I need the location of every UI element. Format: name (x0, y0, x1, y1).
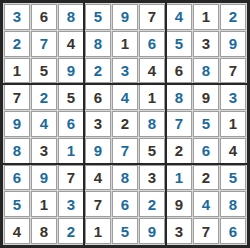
cell-r1c6[interactable]: 7 (139, 4, 165, 30)
cell-r6c2[interactable]: 3 (31, 138, 57, 164)
sudoku-board: 3685974122748165391592346877256418939463… (0, 0, 250, 248)
cell-r1c8[interactable]: 1 (193, 4, 219, 30)
cell-r8c4[interactable]: 7 (85, 191, 111, 217)
cell-r4c7[interactable]: 8 (166, 84, 192, 110)
cell-r3c3[interactable]: 9 (58, 58, 84, 84)
cell-r7c6[interactable]: 3 (139, 165, 165, 191)
cell-r3c5[interactable]: 3 (112, 58, 138, 84)
cell-r2c8[interactable]: 3 (193, 31, 219, 57)
cell-r7c7[interactable]: 1 (166, 165, 192, 191)
cell-r5c2[interactable]: 4 (31, 111, 57, 137)
cell-r1c2[interactable]: 6 (31, 4, 57, 30)
cell-r7c4[interactable]: 4 (85, 165, 111, 191)
cell-r8c9[interactable]: 8 (220, 191, 246, 217)
cell-r3c6[interactable]: 4 (139, 58, 165, 84)
cell-r1c5[interactable]: 9 (112, 4, 138, 30)
cell-r6c1[interactable]: 8 (4, 138, 30, 164)
cell-r2c2[interactable]: 7 (31, 31, 57, 57)
cell-r4c2[interactable]: 2 (31, 84, 57, 110)
cell-r9c1[interactable]: 4 (4, 218, 30, 244)
cell-r3c2[interactable]: 5 (31, 58, 57, 84)
cell-r8c5[interactable]: 6 (112, 191, 138, 217)
cell-r8c6[interactable]: 2 (139, 191, 165, 217)
cell-r8c3[interactable]: 3 (58, 191, 84, 217)
cell-r5c5[interactable]: 2 (112, 111, 138, 137)
cell-r2c9[interactable]: 9 (220, 31, 246, 57)
cell-r5c9[interactable]: 1 (220, 111, 246, 137)
cell-r3c8[interactable]: 8 (193, 58, 219, 84)
cell-r1c3[interactable]: 8 (58, 4, 84, 30)
cell-r5c4[interactable]: 3 (85, 111, 111, 137)
cell-r4c1[interactable]: 7 (4, 84, 30, 110)
cell-r3c4[interactable]: 2 (85, 58, 111, 84)
cell-r7c1[interactable]: 6 (4, 165, 30, 191)
cell-r1c9[interactable]: 2 (220, 4, 246, 30)
cell-r2c3[interactable]: 4 (58, 31, 84, 57)
cell-r6c3[interactable]: 1 (58, 138, 84, 164)
cell-r1c4[interactable]: 5 (85, 4, 111, 30)
cell-r6c5[interactable]: 7 (112, 138, 138, 164)
cell-r3c7[interactable]: 6 (166, 58, 192, 84)
cell-r2c7[interactable]: 5 (166, 31, 192, 57)
cell-r5c3[interactable]: 6 (58, 111, 84, 137)
cell-r7c9[interactable]: 5 (220, 165, 246, 191)
cell-r7c2[interactable]: 9 (31, 165, 57, 191)
cell-r9c3[interactable]: 2 (58, 218, 84, 244)
cell-r9c8[interactable]: 7 (193, 218, 219, 244)
cell-r8c1[interactable]: 5 (4, 191, 30, 217)
cell-r6c6[interactable]: 5 (139, 138, 165, 164)
cell-r4c5[interactable]: 4 (112, 84, 138, 110)
cell-r4c6[interactable]: 1 (139, 84, 165, 110)
cell-r8c7[interactable]: 9 (166, 191, 192, 217)
cell-r4c8[interactable]: 9 (193, 84, 219, 110)
cell-r6c9[interactable]: 4 (220, 138, 246, 164)
cell-r9c6[interactable]: 9 (139, 218, 165, 244)
cell-r9c4[interactable]: 1 (85, 218, 111, 244)
cell-r1c7[interactable]: 4 (166, 4, 192, 30)
cell-r2c6[interactable]: 6 (139, 31, 165, 57)
cell-r5c6[interactable]: 8 (139, 111, 165, 137)
cell-r7c8[interactable]: 2 (193, 165, 219, 191)
cell-r4c3[interactable]: 5 (58, 84, 84, 110)
cell-r6c8[interactable]: 6 (193, 138, 219, 164)
cell-r5c1[interactable]: 9 (4, 111, 30, 137)
cell-r7c3[interactable]: 7 (58, 165, 84, 191)
cell-r6c4[interactable]: 9 (85, 138, 111, 164)
cell-r2c5[interactable]: 1 (112, 31, 138, 57)
cell-r8c2[interactable]: 1 (31, 191, 57, 217)
cell-r5c8[interactable]: 5 (193, 111, 219, 137)
cell-r8c8[interactable]: 4 (193, 191, 219, 217)
cell-r4c9[interactable]: 3 (220, 84, 246, 110)
cell-r2c4[interactable]: 8 (85, 31, 111, 57)
cell-r5c7[interactable]: 7 (166, 111, 192, 137)
cell-r6c7[interactable]: 2 (166, 138, 192, 164)
cell-r3c1[interactable]: 1 (4, 58, 30, 84)
cell-r1c1[interactable]: 3 (4, 4, 30, 30)
cell-r9c2[interactable]: 8 (31, 218, 57, 244)
cell-r3c9[interactable]: 7 (220, 58, 246, 84)
cell-r2c1[interactable]: 2 (4, 31, 30, 57)
cell-r4c4[interactable]: 6 (85, 84, 111, 110)
cell-r9c5[interactable]: 5 (112, 218, 138, 244)
cell-r9c7[interactable]: 3 (166, 218, 192, 244)
cell-r7c5[interactable]: 8 (112, 165, 138, 191)
cell-r9c9[interactable]: 6 (220, 218, 246, 244)
